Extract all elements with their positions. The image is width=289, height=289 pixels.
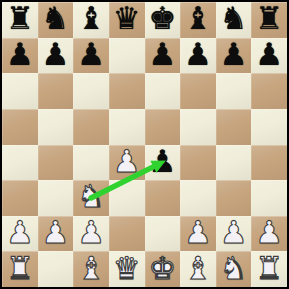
square-f1[interactable]: ♝ <box>180 251 216 287</box>
piece-black-pawn[interactable]: ♟ <box>184 39 212 70</box>
piece-black-knight[interactable]: ♞ <box>220 3 248 34</box>
square-b2[interactable]: ♟ <box>38 216 74 252</box>
piece-white-bishop[interactable]: ♝ <box>77 253 105 284</box>
square-e2[interactable] <box>145 216 181 252</box>
square-c6[interactable] <box>73 73 109 109</box>
square-a7[interactable]: ♟ <box>2 38 38 74</box>
square-g6[interactable] <box>216 73 252 109</box>
piece-white-pawn[interactable]: ♟ <box>113 146 141 177</box>
square-d7[interactable] <box>109 38 145 74</box>
square-a3[interactable] <box>2 180 38 216</box>
piece-white-king[interactable]: ♚ <box>148 253 176 284</box>
square-e4[interactable]: ♟ <box>145 145 181 181</box>
piece-white-queen[interactable]: ♛ <box>113 253 141 284</box>
square-e8[interactable]: ♚ <box>145 2 181 38</box>
piece-black-pawn[interactable]: ♟ <box>255 39 283 70</box>
square-e5[interactable] <box>145 109 181 145</box>
square-g7[interactable]: ♟ <box>216 38 252 74</box>
piece-white-bishop[interactable]: ♝ <box>184 253 212 284</box>
square-h4[interactable] <box>251 145 287 181</box>
square-d6[interactable] <box>109 73 145 109</box>
square-d2[interactable] <box>109 216 145 252</box>
square-a4[interactable] <box>2 145 38 181</box>
piece-white-pawn[interactable]: ♟ <box>255 217 283 248</box>
square-f2[interactable]: ♟ <box>180 216 216 252</box>
square-d4[interactable]: ♟ <box>109 145 145 181</box>
square-e3[interactable] <box>145 180 181 216</box>
square-h2[interactable]: ♟ <box>251 216 287 252</box>
piece-black-rook[interactable]: ♜ <box>6 3 34 34</box>
square-a8[interactable]: ♜ <box>2 2 38 38</box>
square-f4[interactable] <box>180 145 216 181</box>
square-g1[interactable]: ♞ <box>216 251 252 287</box>
square-g8[interactable]: ♞ <box>216 2 252 38</box>
square-f7[interactable]: ♟ <box>180 38 216 74</box>
piece-white-pawn[interactable]: ♟ <box>42 217 70 248</box>
square-e6[interactable] <box>145 73 181 109</box>
piece-black-pawn[interactable]: ♟ <box>148 39 176 70</box>
square-e7[interactable]: ♟ <box>145 38 181 74</box>
square-d1[interactable]: ♛ <box>109 251 145 287</box>
chess-board-wrap: ♜♞♝♛♚♝♞♜♟♟♟♟♟♟♟♟♟♞♟♟♟♟♟♟♜♝♛♚♝♞♜ <box>0 0 289 289</box>
square-b1[interactable] <box>38 251 74 287</box>
piece-white-pawn[interactable]: ♟ <box>6 217 34 248</box>
piece-black-queen[interactable]: ♛ <box>113 3 141 34</box>
square-b8[interactable]: ♞ <box>38 2 74 38</box>
square-c3[interactable]: ♞ <box>73 180 109 216</box>
square-f8[interactable]: ♝ <box>180 2 216 38</box>
square-c1[interactable]: ♝ <box>73 251 109 287</box>
square-g5[interactable] <box>216 109 252 145</box>
square-c8[interactable]: ♝ <box>73 2 109 38</box>
square-a1[interactable]: ♜ <box>2 251 38 287</box>
square-d5[interactable] <box>109 109 145 145</box>
square-b6[interactable] <box>38 73 74 109</box>
piece-black-pawn[interactable]: ♟ <box>77 39 105 70</box>
piece-white-rook[interactable]: ♜ <box>6 253 34 284</box>
square-a6[interactable] <box>2 73 38 109</box>
piece-black-pawn[interactable]: ♟ <box>6 39 34 70</box>
piece-black-pawn[interactable]: ♟ <box>148 146 176 177</box>
square-e1[interactable]: ♚ <box>145 251 181 287</box>
square-h7[interactable]: ♟ <box>251 38 287 74</box>
square-g3[interactable] <box>216 180 252 216</box>
square-h8[interactable]: ♜ <box>251 2 287 38</box>
square-a5[interactable] <box>2 109 38 145</box>
piece-white-knight[interactable]: ♞ <box>77 181 105 212</box>
square-b5[interactable] <box>38 109 74 145</box>
piece-white-rook[interactable]: ♜ <box>255 253 283 284</box>
piece-black-pawn[interactable]: ♟ <box>220 39 248 70</box>
square-b4[interactable] <box>38 145 74 181</box>
piece-black-king[interactable]: ♚ <box>148 3 176 34</box>
piece-white-pawn[interactable]: ♟ <box>77 217 105 248</box>
square-c5[interactable] <box>73 109 109 145</box>
piece-white-pawn[interactable]: ♟ <box>184 217 212 248</box>
piece-black-bishop[interactable]: ♝ <box>77 3 105 34</box>
square-f5[interactable] <box>180 109 216 145</box>
piece-black-knight[interactable]: ♞ <box>42 3 70 34</box>
square-g4[interactable] <box>216 145 252 181</box>
square-b3[interactable] <box>38 180 74 216</box>
square-c2[interactable]: ♟ <box>73 216 109 252</box>
square-h5[interactable] <box>251 109 287 145</box>
piece-white-knight[interactable]: ♞ <box>220 253 248 284</box>
square-h1[interactable]: ♜ <box>251 251 287 287</box>
piece-black-bishop[interactable]: ♝ <box>184 3 212 34</box>
chess-board: ♜♞♝♛♚♝♞♜♟♟♟♟♟♟♟♟♟♞♟♟♟♟♟♟♜♝♛♚♝♞♜ <box>0 0 289 289</box>
piece-black-pawn[interactable]: ♟ <box>42 39 70 70</box>
square-d3[interactable] <box>109 180 145 216</box>
square-b7[interactable]: ♟ <box>38 38 74 74</box>
square-g2[interactable]: ♟ <box>216 216 252 252</box>
square-c7[interactable]: ♟ <box>73 38 109 74</box>
square-c4[interactable] <box>73 145 109 181</box>
square-a2[interactable]: ♟ <box>2 216 38 252</box>
square-h6[interactable] <box>251 73 287 109</box>
piece-black-rook[interactable]: ♜ <box>255 3 283 34</box>
square-d8[interactable]: ♛ <box>109 2 145 38</box>
square-f3[interactable] <box>180 180 216 216</box>
square-h3[interactable] <box>251 180 287 216</box>
square-f6[interactable] <box>180 73 216 109</box>
piece-white-pawn[interactable]: ♟ <box>220 217 248 248</box>
